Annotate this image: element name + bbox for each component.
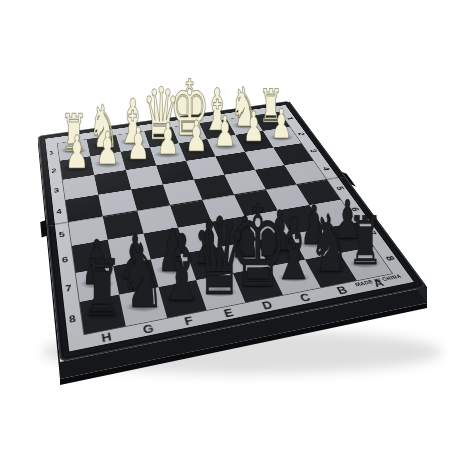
piece-white-bishop-c1: ♝	[200, 81, 234, 139]
piece-shadow	[184, 146, 210, 154]
piece-shadow	[156, 265, 189, 275]
piece-shadow	[299, 240, 330, 249]
piece-shadow	[193, 259, 226, 268]
piece-black-pawn-b7: ♟	[299, 199, 330, 253]
piece-shadow	[349, 259, 380, 268]
piece-shadow	[164, 294, 199, 304]
piece-black-pawn-e7: ♟	[192, 215, 225, 273]
piece-white-pawn-c2: ♟	[213, 111, 237, 153]
piece-black-bishop-f8: ♝	[155, 223, 208, 314]
piece-black-pawn-c7: ♟	[264, 204, 296, 259]
piece-black-rook-h8: ♜	[80, 250, 125, 328]
piece-shadow	[125, 302, 161, 312]
piece-black-queen-e8: ♛	[189, 203, 251, 310]
piece-white-pawn-f2: ♟	[125, 122, 151, 166]
piece-shadow	[118, 272, 152, 282]
piece-white-rook-a1: ♜	[258, 84, 285, 130]
piece-shadow	[63, 164, 91, 172]
piece-black-knight-b8: ♞	[307, 205, 353, 284]
piece-black-king-d8: ♚	[225, 191, 291, 305]
pieces-layer: ♜♞♝♚♛♝♞♜♟♟♟♟♟♟♟♟♟♟♟♟♟♟♟♟♜♞♝♚♛♝♞♜	[0, 0, 450, 450]
piece-shadow	[124, 155, 151, 163]
piece-white-pawn-a2: ♟	[270, 104, 294, 145]
piece-shadow	[84, 309, 121, 320]
piece-white-king-d1: ♚	[167, 70, 212, 147]
piece-shadow	[213, 142, 239, 149]
piece-black-pawn-a7: ♟	[333, 194, 364, 247]
piece-black-rook-a8: ♜	[346, 208, 385, 275]
piece-shadow	[241, 138, 266, 145]
piece-white-pawn-d2: ♟	[184, 115, 209, 158]
piece-shadow	[229, 252, 261, 261]
piece-white-pawn-b2: ♟	[242, 107, 266, 148]
chess-set-photo: HGFEDCBA1234567812345678 MADE IN CHINA ♜…	[0, 0, 450, 450]
piece-shadow	[94, 160, 121, 168]
piece-white-bishop-f1: ♝	[115, 91, 151, 152]
piece-shadow	[90, 142, 116, 150]
piece-black-bishop-c8: ♝	[269, 207, 319, 292]
piece-shadow	[241, 280, 274, 290]
piece-shadow	[154, 151, 181, 159]
piece-shadow	[205, 126, 230, 133]
piece-shadow	[264, 246, 295, 255]
piece-shadow	[80, 279, 115, 289]
piece-black-knight-g8: ♞	[117, 233, 168, 322]
piece-white-knight-b1: ♞	[229, 81, 261, 135]
piece-shadow	[269, 134, 294, 141]
piece-white-pawn-g2: ♟	[95, 126, 121, 171]
piece-white-rook-h1: ♜	[59, 108, 89, 160]
piece-shadow	[60, 147, 87, 155]
piece-shadow	[278, 273, 311, 282]
piece-shadow	[120, 138, 146, 146]
piece-white-pawn-e2: ♟	[155, 118, 180, 162]
piece-shadow	[232, 122, 256, 129]
piece-black-pawn-g7: ♟	[118, 227, 153, 287]
piece-white-queen-e1: ♛	[140, 78, 182, 150]
piece-shadow	[259, 118, 283, 125]
piece-shadow	[177, 130, 202, 137]
piece-shadow	[333, 233, 363, 242]
piece-shadow	[203, 287, 237, 297]
piece-white-knight-g1: ♞	[86, 97, 120, 156]
piece-black-pawn-f7: ♟	[156, 221, 190, 280]
piece-shadow	[148, 134, 174, 141]
piece-black-pawn-d7: ♟	[229, 210, 262, 267]
piece-shadow	[314, 266, 346, 275]
piece-white-pawn-h2: ♟	[64, 130, 91, 176]
piece-black-pawn-h7: ♟	[79, 233, 115, 295]
